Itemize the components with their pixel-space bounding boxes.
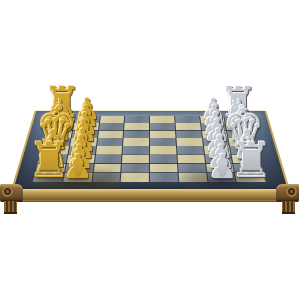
square-f3[interactable] [98, 130, 124, 137]
square-f5[interactable] [150, 130, 175, 137]
square-h5[interactable] [150, 116, 174, 123]
board-foot-left [0, 184, 23, 214]
square-g3[interactable] [99, 123, 124, 130]
foot-base [4, 201, 17, 214]
square-g6[interactable] [175, 123, 200, 130]
square-f6[interactable] [176, 130, 202, 137]
square-e3[interactable] [97, 138, 123, 146]
square-d5[interactable] [150, 146, 176, 154]
square-b5[interactable] [150, 164, 177, 173]
brass-front-rim [6, 189, 294, 201]
square-c3[interactable] [94, 155, 121, 163]
square-h6[interactable] [175, 116, 200, 123]
square-d3[interactable] [95, 146, 122, 154]
chess-set-photo: ♜♟♟♜♞♟♟♞♝♟♟♝♚♟♟♚♛♟♟♛♝♟♟♝♞♟♟♞♜♟♟♜ [0, 0, 300, 300]
black-rook-a8[interactable]: ♜ [230, 136, 273, 184]
ionic-scroll-icon [2, 186, 13, 197]
square-h3[interactable] [100, 116, 125, 123]
square-b4[interactable] [122, 164, 149, 173]
foot-base [282, 201, 295, 214]
square-h4[interactable] [125, 116, 149, 123]
square-g5[interactable] [150, 123, 175, 130]
square-e4[interactable] [123, 138, 149, 146]
square-c5[interactable] [150, 155, 177, 163]
ionic-scroll-icon [286, 186, 297, 197]
board-foot-right [276, 184, 299, 214]
square-e6[interactable] [176, 138, 202, 146]
square-d6[interactable] [177, 146, 204, 154]
square-e5[interactable] [150, 138, 176, 146]
square-c4[interactable] [122, 155, 149, 163]
square-g4[interactable] [124, 123, 149, 130]
square-f4[interactable] [124, 130, 149, 137]
square-d4[interactable] [123, 146, 149, 154]
square-c6[interactable] [177, 155, 204, 163]
white-rook-a1[interactable]: ♜ [28, 136, 71, 184]
